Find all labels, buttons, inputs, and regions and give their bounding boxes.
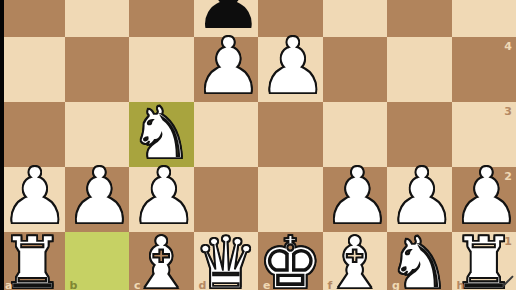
rank-label-3: 3: [504, 106, 512, 117]
square-e4[interactable]: ♟: [258, 37, 323, 102]
rank-label-4: 4: [504, 41, 512, 52]
file-label-c: c: [134, 280, 141, 290]
square-f1[interactable]: ♝f: [323, 232, 388, 290]
file-label-h: h: [457, 280, 465, 290]
square-h5[interactable]: [452, 0, 516, 37]
white-pawn[interactable]: ♟: [65, 167, 130, 232]
square-c1[interactable]: ♝c: [129, 232, 194, 290]
square-g5[interactable]: [387, 0, 452, 37]
square-g4[interactable]: [387, 37, 452, 102]
square-f4[interactable]: [323, 37, 388, 102]
file-label-g: g: [392, 280, 400, 290]
rank-label-2: 2: [504, 171, 512, 182]
square-b2[interactable]: ♟: [65, 167, 130, 232]
square-d1[interactable]: ♛d: [194, 232, 259, 290]
white-pawn[interactable]: ♟: [258, 37, 323, 102]
square-d4[interactable]: ♟: [194, 37, 259, 102]
chess-board-frame: ♟♟♟4♞3♟♟♟♟♟♟2♜ab♝c♛d♚e♝f♞g♜1h: [0, 0, 516, 290]
square-a1[interactable]: ♜a: [0, 232, 65, 290]
square-a5[interactable]: [0, 0, 65, 37]
chess-board: ♟♟♟4♞3♟♟♟♟♟♟2♜ab♝c♛d♚e♝f♞g♜1h: [0, 0, 516, 290]
square-b5[interactable]: [65, 0, 130, 37]
square-e1[interactable]: ♚e: [258, 232, 323, 290]
square-e3[interactable]: [258, 102, 323, 167]
file-label-a: a: [5, 280, 12, 290]
square-b1[interactable]: b: [65, 232, 130, 290]
square-f5[interactable]: [323, 0, 388, 37]
square-a4[interactable]: [0, 37, 65, 102]
file-label-d: d: [199, 280, 207, 290]
square-g1[interactable]: ♞g: [387, 232, 452, 290]
file-label-e: e: [263, 280, 270, 290]
square-c5[interactable]: [129, 0, 194, 37]
file-label-b: b: [70, 280, 78, 290]
file-label-f: f: [328, 280, 333, 290]
white-pawn[interactable]: ♟: [194, 37, 259, 102]
square-h4[interactable]: 4: [452, 37, 516, 102]
rank-label-1: 1: [504, 236, 512, 247]
square-b4[interactable]: [65, 37, 130, 102]
square-d3[interactable]: [194, 102, 259, 167]
letterbox-strip: [0, 0, 4, 290]
